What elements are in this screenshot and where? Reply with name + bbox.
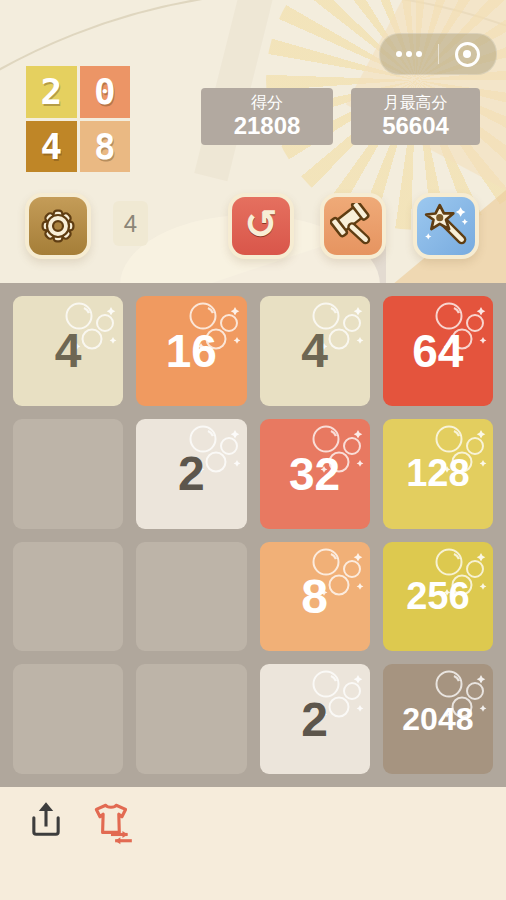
undo-count-box: 4 xyxy=(113,201,148,246)
logo-cell-8: 8 xyxy=(80,121,131,173)
empty-cell xyxy=(136,542,246,652)
circle-dot-icon xyxy=(455,42,480,67)
magic-wand-icon xyxy=(422,202,470,250)
logo-cell-4: 4 xyxy=(26,121,77,173)
empty-cell xyxy=(136,664,246,774)
magic-wand-button[interactable] xyxy=(413,193,479,259)
undo-icon: ↺ xyxy=(244,204,278,244)
gear-icon xyxy=(36,204,80,248)
undo-count: 4 xyxy=(124,210,137,238)
tile-value: 4 xyxy=(55,323,82,378)
game-logo: 2 0 4 8 xyxy=(26,66,130,172)
share-icon xyxy=(26,800,66,842)
hammer-icon xyxy=(330,203,376,249)
tile-4: 4 xyxy=(260,296,370,406)
tshirt-swap-icon xyxy=(88,800,136,846)
game-board: 4 16 4 xyxy=(0,283,506,787)
logo-cell-0: 0 xyxy=(80,66,131,118)
tile-value: 4 xyxy=(301,323,328,378)
tile-value: 128 xyxy=(406,452,469,495)
tile-value: 2 xyxy=(178,446,205,501)
tile-256: 256 xyxy=(383,542,493,652)
monthly-best-box: 月最高分 56604 xyxy=(351,88,480,145)
tile-4: 4 xyxy=(13,296,123,406)
score-value: 21808 xyxy=(234,112,301,140)
empty-cell xyxy=(13,419,123,529)
more-dots-icon xyxy=(396,51,422,57)
footer-bar xyxy=(0,787,506,900)
settings-button[interactable] xyxy=(25,193,91,259)
empty-cell xyxy=(13,542,123,652)
tile-8: 8 xyxy=(260,542,370,652)
miniprogram-capsule xyxy=(379,33,497,75)
score-label: 得分 xyxy=(251,94,283,112)
tile-value: 256 xyxy=(406,575,469,618)
score-box: 得分 21808 xyxy=(201,88,333,145)
tile-16: 16 xyxy=(136,296,246,406)
monthly-best-value: 56604 xyxy=(382,112,449,140)
tile-128: 128 xyxy=(383,419,493,529)
tile-2: 2 xyxy=(136,419,246,529)
undo-button[interactable]: ↺ xyxy=(228,193,294,259)
monthly-best-label: 月最高分 xyxy=(384,94,448,112)
logo-cell-2: 2 xyxy=(26,66,77,118)
tile-value: 8 xyxy=(301,569,328,624)
hammer-button[interactable] xyxy=(320,193,386,259)
empty-cell xyxy=(13,664,123,774)
tile-value: 16 xyxy=(166,324,217,378)
tile-2048: 2048 xyxy=(383,664,493,774)
tile-value: 32 xyxy=(289,447,340,501)
tile-64: 64 xyxy=(383,296,493,406)
share-button[interactable] xyxy=(26,800,66,846)
tile-value: 2 xyxy=(301,692,328,747)
more-menu-button[interactable] xyxy=(380,34,438,74)
tile-value: 64 xyxy=(412,324,463,378)
tile-32: 32 xyxy=(260,419,370,529)
tile-2: 2 xyxy=(260,664,370,774)
tile-value: 2048 xyxy=(402,701,473,738)
change-skin-button[interactable] xyxy=(88,800,136,850)
exit-miniprogram-button[interactable] xyxy=(439,34,497,74)
board-grid[interactable]: 4 16 4 xyxy=(0,283,506,787)
